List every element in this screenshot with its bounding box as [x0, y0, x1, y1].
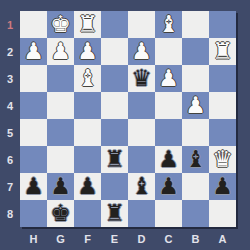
square-f1[interactable]: ♜ — [74, 11, 101, 38]
square-c1[interactable]: ♝ — [155, 11, 182, 38]
square-e6[interactable]: ♜ — [101, 146, 128, 173]
piece-black-bishop-b6[interactable]: ♝ — [185, 146, 206, 173]
piece-black-rook-e8[interactable]: ♜ — [104, 200, 125, 227]
square-h3[interactable] — [20, 65, 47, 92]
piece-black-pawn-c6[interactable]: ♟ — [158, 146, 179, 173]
square-f6[interactable] — [74, 146, 101, 173]
rank-label-7: 7 — [0, 173, 20, 200]
piece-white-rook-f1[interactable]: ♜ — [77, 11, 98, 38]
rank-label-3: 3 — [0, 65, 20, 92]
file-label-c: C — [155, 229, 182, 249]
square-g8[interactable]: ♚ — [47, 200, 74, 227]
rank-label-1: 1 — [0, 11, 20, 38]
square-f4[interactable] — [74, 92, 101, 119]
square-b1[interactable] — [182, 11, 209, 38]
square-b5[interactable] — [182, 119, 209, 146]
piece-black-pawn-h7[interactable]: ♟ — [23, 173, 44, 200]
piece-white-pawn-b4[interactable]: ♟ — [185, 92, 206, 119]
square-c3[interactable]: ♟ — [155, 65, 182, 92]
square-e3[interactable] — [101, 65, 128, 92]
square-a8[interactable] — [209, 200, 236, 227]
square-e2[interactable] — [101, 38, 128, 65]
piece-black-rook-e6[interactable]: ♜ — [104, 146, 125, 173]
square-g6[interactable] — [47, 146, 74, 173]
file-label-h: H — [20, 229, 47, 249]
square-c8[interactable] — [155, 200, 182, 227]
rank-label-4: 4 — [0, 92, 20, 119]
square-e8[interactable]: ♜ — [101, 200, 128, 227]
square-f3[interactable]: ♝ — [74, 65, 101, 92]
square-e1[interactable] — [101, 11, 128, 38]
chess-board[interactable]: ♚♜♝♟♟♟♟♜♝♛♟♟♜♟♝♛♟♟♟♝♟♟♚♜ — [20, 11, 236, 227]
rank-label-6: 6 — [0, 146, 20, 173]
square-f5[interactable] — [74, 119, 101, 146]
square-c6[interactable]: ♟ — [155, 146, 182, 173]
square-h7[interactable]: ♟ — [20, 173, 47, 200]
square-b6[interactable]: ♝ — [182, 146, 209, 173]
square-c5[interactable] — [155, 119, 182, 146]
square-h1[interactable] — [20, 11, 47, 38]
piece-white-pawn-g2[interactable]: ♟ — [50, 38, 71, 65]
piece-white-pawn-c3[interactable]: ♟ — [158, 65, 179, 92]
chess-diagram: 12345678 ♚♜♝♟♟♟♟♜♝♛♟♟♜♟♝♛♟♟♟♝♟♟♚♜ HGFEDC… — [0, 0, 250, 250]
square-e4[interactable] — [101, 92, 128, 119]
file-label-f: F — [74, 229, 101, 249]
file-label-b: B — [182, 229, 209, 249]
piece-black-bishop-d7[interactable]: ♝ — [131, 173, 152, 200]
piece-black-king-g8[interactable]: ♚ — [50, 200, 71, 227]
square-d3[interactable]: ♛ — [128, 65, 155, 92]
rank-label-2: 2 — [0, 38, 20, 65]
square-d2[interactable]: ♟ — [128, 38, 155, 65]
square-e5[interactable] — [101, 119, 128, 146]
file-labels: HGFEDCBA — [20, 229, 236, 249]
piece-black-pawn-c7[interactable]: ♟ — [158, 173, 179, 200]
square-h5[interactable] — [20, 119, 47, 146]
square-b4[interactable]: ♟ — [182, 92, 209, 119]
piece-white-pawn-h2[interactable]: ♟ — [23, 38, 44, 65]
square-d8[interactable] — [128, 200, 155, 227]
piece-white-bishop-f3[interactable]: ♝ — [77, 65, 98, 92]
square-e7[interactable] — [101, 173, 128, 200]
piece-black-pawn-g7[interactable]: ♟ — [50, 173, 71, 200]
square-g3[interactable] — [47, 65, 74, 92]
piece-white-pawn-f2[interactable]: ♟ — [77, 38, 98, 65]
square-a6[interactable]: ♛ — [209, 146, 236, 173]
square-a7[interactable]: ♟ — [209, 173, 236, 200]
file-label-a: A — [209, 229, 236, 249]
square-h2[interactable]: ♟ — [20, 38, 47, 65]
piece-white-king-g1[interactable]: ♚ — [50, 11, 71, 38]
square-b8[interactable] — [182, 200, 209, 227]
square-b7[interactable] — [182, 173, 209, 200]
square-f7[interactable]: ♟ — [74, 173, 101, 200]
square-b3[interactable] — [182, 65, 209, 92]
rank-labels: 12345678 — [0, 11, 20, 227]
square-g7[interactable]: ♟ — [47, 173, 74, 200]
square-a4[interactable] — [209, 92, 236, 119]
square-b2[interactable] — [182, 38, 209, 65]
square-d1[interactable] — [128, 11, 155, 38]
square-d7[interactable]: ♝ — [128, 173, 155, 200]
square-h6[interactable] — [20, 146, 47, 173]
piece-black-pawn-a7[interactable]: ♟ — [212, 173, 233, 200]
square-g5[interactable] — [47, 119, 74, 146]
file-label-e: E — [101, 229, 128, 249]
piece-white-pawn-d2[interactable]: ♟ — [131, 38, 152, 65]
square-d4[interactable] — [128, 92, 155, 119]
file-label-g: G — [47, 229, 74, 249]
square-g1[interactable]: ♚ — [47, 11, 74, 38]
piece-black-pawn-f7[interactable]: ♟ — [77, 173, 98, 200]
square-f2[interactable]: ♟ — [74, 38, 101, 65]
square-c4[interactable] — [155, 92, 182, 119]
square-d5[interactable] — [128, 119, 155, 146]
piece-white-queen-a6[interactable]: ♛ — [212, 146, 233, 173]
square-h4[interactable] — [20, 92, 47, 119]
square-h8[interactable] — [20, 200, 47, 227]
piece-black-queen-d3[interactable]: ♛ — [131, 65, 152, 92]
square-a3[interactable] — [209, 65, 236, 92]
square-g4[interactable] — [47, 92, 74, 119]
square-a2[interactable]: ♜ — [209, 38, 236, 65]
square-f8[interactable] — [74, 200, 101, 227]
file-label-d: D — [128, 229, 155, 249]
square-g2[interactable]: ♟ — [47, 38, 74, 65]
rank-label-5: 5 — [0, 119, 20, 146]
piece-white-rook-a2[interactable]: ♜ — [212, 38, 233, 65]
rank-label-8: 8 — [0, 200, 20, 227]
square-a1[interactable] — [209, 11, 236, 38]
square-d6[interactable] — [128, 146, 155, 173]
square-a5[interactable] — [209, 119, 236, 146]
square-c2[interactable] — [155, 38, 182, 65]
square-c7[interactable]: ♟ — [155, 173, 182, 200]
piece-white-bishop-c1[interactable]: ♝ — [158, 11, 179, 38]
